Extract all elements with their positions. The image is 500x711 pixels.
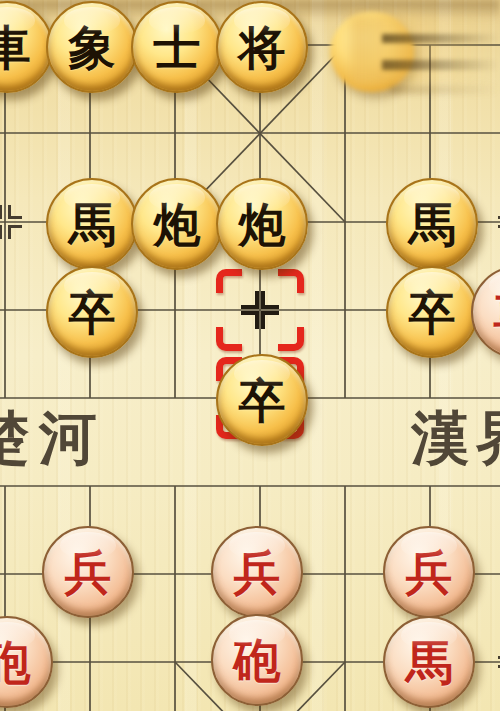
piece-red-soldier-c7[interactable]: 兵 [42, 526, 134, 618]
piece-character: 車 [0, 25, 31, 72]
piece-character: 炮 [239, 202, 286, 249]
piece-black-soldier-e5[interactable]: 卒 [216, 354, 308, 446]
river-label-left: 楚河 [0, 410, 107, 468]
corner-bl [0, 225, 2, 239]
corner-bl [216, 327, 242, 351]
piece-character: 兵 [234, 550, 281, 597]
move-highlight-brackets-0 [216, 269, 304, 351]
piece-red-soldier-g7[interactable]: 兵 [383, 526, 475, 618]
corner-tl [216, 269, 242, 293]
piece-black-general-e1[interactable]: 将 [216, 1, 308, 93]
piece-character: 卒 [409, 290, 456, 337]
corner-tr [278, 269, 304, 293]
point-marker-b3[interactable] [0, 205, 22, 239]
piece-character: 砲 [0, 640, 31, 687]
piece-character: 兵 [65, 550, 112, 597]
piece-black-advisor-d1[interactable]: 士 [131, 1, 223, 93]
piece-black-cannon-e3[interactable]: 炮 [216, 178, 308, 270]
river-label-right: 漢界 [411, 410, 500, 468]
piece-character: 象 [69, 25, 116, 72]
piece-character: 馬 [69, 202, 116, 249]
piece-character: 卒 [69, 290, 116, 337]
corner-tl [0, 205, 2, 219]
piece-character: 砲 [234, 638, 281, 685]
corner-tr [8, 205, 22, 219]
corner-br [8, 225, 22, 239]
piece-character: 士 [154, 25, 201, 72]
piece-red-cannon-e8[interactable]: 砲 [211, 614, 303, 706]
piece-character: 卒 [239, 378, 286, 425]
piece-black-cannon-d3[interactable]: 炮 [131, 178, 223, 270]
piece-character: 炮 [154, 202, 201, 249]
xiangqi-board[interactable]: 楚河 漢界 車象士将馬炮炮馬卒卒卒車兵兵兵砲砲馬 [0, 0, 500, 711]
piece-character: 馬 [406, 640, 453, 687]
piece-character: 将 [239, 25, 286, 72]
piece-black-soldier-g4[interactable]: 卒 [386, 266, 478, 358]
piece-black-elephant-c1[interactable]: 象 [46, 1, 138, 93]
piece-character: 車 [494, 290, 500, 337]
piece-character: 兵 [406, 550, 453, 597]
piece-black-soldier-c4[interactable]: 卒 [46, 266, 138, 358]
piece-red-soldier-e7[interactable]: 兵 [211, 526, 303, 618]
piece-character: 馬 [409, 202, 456, 249]
piece-black-horse-g3[interactable]: 馬 [386, 178, 478, 270]
piece-black-horse-c3[interactable]: 馬 [46, 178, 138, 270]
corner-br [278, 327, 304, 351]
piece-red-horse-g8[interactable]: 馬 [383, 616, 475, 708]
